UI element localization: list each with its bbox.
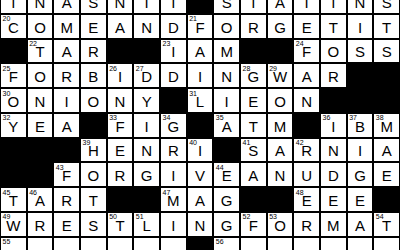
cell-letter: N xyxy=(28,94,53,109)
block-r8c10 xyxy=(267,187,294,212)
cell-r9c14[interactable]: 54T xyxy=(373,212,400,237)
cell-r3c5[interactable]: 27D xyxy=(133,63,160,88)
cell-r0c6[interactable]: T xyxy=(160,0,187,14)
cell-r9c13[interactable]: A xyxy=(347,212,374,237)
cell-r0c8[interactable]: S xyxy=(213,0,240,14)
cell-r6c5[interactable]: N xyxy=(133,138,160,163)
cell-letter: A xyxy=(54,44,79,59)
cell-r10c6[interactable] xyxy=(160,237,187,250)
cell-r9c5[interactable]: 51L xyxy=(133,212,160,237)
block-r10c7 xyxy=(187,237,214,250)
cell-r1c4[interactable]: A xyxy=(107,14,134,39)
cell-r2c2[interactable]: A xyxy=(53,39,80,64)
cell-letter: I xyxy=(161,168,186,183)
cell-letter: I xyxy=(188,69,213,84)
cell-letter: D xyxy=(134,69,159,84)
cell-letter: A xyxy=(188,44,213,59)
cell-letter: E xyxy=(294,193,319,208)
cell-letter: M xyxy=(54,20,79,35)
cell-r1c13[interactable]: I xyxy=(347,14,374,39)
cell-letter: E xyxy=(81,20,106,35)
cell-r9c12[interactable]: M xyxy=(320,212,347,237)
cell-letter: Y xyxy=(1,119,26,134)
cell-r2c13[interactable]: S xyxy=(347,39,374,64)
cell-r7c6[interactable]: I xyxy=(160,162,187,187)
cell-r8c13[interactable]: E xyxy=(347,187,374,212)
cell-r3c0[interactable]: 25F xyxy=(0,63,27,88)
cell-letter: M xyxy=(374,119,399,134)
cell-letter: D xyxy=(161,69,186,84)
cell-letter: A xyxy=(214,119,239,134)
cell-letter: N xyxy=(268,168,293,183)
block-r8c5 xyxy=(133,187,160,212)
cell-r2c1[interactable]: 22T xyxy=(27,39,54,64)
cell-r9c7[interactable]: N xyxy=(187,212,214,237)
cell-letter: I xyxy=(321,0,346,10)
cell-letter: R xyxy=(294,218,319,233)
cell-letter: N xyxy=(134,143,159,158)
block-r4c12 xyxy=(320,88,347,113)
block-r5c3 xyxy=(80,113,107,138)
cell-r7c9[interactable]: A xyxy=(240,162,267,187)
cell-letter: N xyxy=(108,0,133,10)
cell-r3c10[interactable]: 29W xyxy=(267,63,294,88)
cell-r9c0[interactable]: 49W xyxy=(0,212,27,237)
cell-r2c8[interactable]: M xyxy=(213,39,240,64)
cell-letter: T xyxy=(241,119,266,134)
cell-r3c8[interactable]: N xyxy=(213,63,240,88)
cell-letter: S xyxy=(241,143,266,158)
cell-r1c9[interactable]: R xyxy=(240,14,267,39)
cell-letter: R xyxy=(54,69,79,84)
cell-letter: I xyxy=(134,119,159,134)
block-r6c1 xyxy=(27,138,54,163)
cell-r1c14[interactable]: T xyxy=(373,14,400,39)
cell-letter: B xyxy=(81,69,106,84)
block-r8c9 xyxy=(240,187,267,212)
cell-r5c10[interactable]: M xyxy=(267,113,294,138)
cell-r10c13[interactable] xyxy=(347,237,374,250)
cell-letter: F xyxy=(188,20,213,35)
cell-letter: O xyxy=(268,94,293,109)
cell-letter: E xyxy=(108,143,133,158)
block-r7c1 xyxy=(27,162,54,187)
cell-letter: F xyxy=(54,168,79,183)
cell-r3c11[interactable]: A xyxy=(293,63,320,88)
cell-letter: G xyxy=(134,168,159,183)
cell-r7c11[interactable]: U xyxy=(293,162,320,187)
cell-r2c7[interactable]: A xyxy=(187,39,214,64)
cell-letter: N xyxy=(188,218,213,233)
cell-letter: E xyxy=(28,119,53,134)
cell-letter: R xyxy=(161,143,186,158)
cell-letter: T xyxy=(294,0,319,10)
cell-r4c5[interactable]: Y xyxy=(133,88,160,113)
cell-letter: I xyxy=(348,20,373,35)
block-r2c5 xyxy=(133,39,160,64)
cell-letter: S xyxy=(81,218,106,233)
cell-letter: A xyxy=(188,193,213,208)
cell-r10c9[interactable] xyxy=(240,237,267,250)
cell-r10c2[interactable] xyxy=(53,237,80,250)
block-r8c4 xyxy=(107,187,134,212)
cell-letter: C xyxy=(1,20,26,35)
cell-r7c3[interactable]: O xyxy=(80,162,107,187)
cell-letter: T xyxy=(28,44,53,59)
cell-r6c3[interactable]: 39H xyxy=(80,138,107,163)
cell-letter: T xyxy=(161,0,186,10)
cell-r5c4[interactable]: 33F xyxy=(107,113,134,138)
cell-r6c14[interactable]: A xyxy=(373,138,400,163)
cell-letter: O xyxy=(1,94,26,109)
cell-r8c8[interactable]: G xyxy=(213,187,240,212)
cell-letter: T xyxy=(321,20,346,35)
cell-r10c0[interactable]: 55 xyxy=(0,237,27,250)
cell-letter: R xyxy=(54,193,79,208)
clue-number: 56 xyxy=(216,238,224,245)
cell-r9c1[interactable]: R xyxy=(27,212,54,237)
cell-r8c7[interactable]: A xyxy=(187,187,214,212)
cell-letter: I xyxy=(161,218,186,233)
cell-r6c6[interactable]: R xyxy=(160,138,187,163)
cell-r6c11[interactable]: 42R xyxy=(293,138,320,163)
cell-r8c0[interactable]: 45T xyxy=(0,187,27,212)
cell-r0c10[interactable]: A xyxy=(267,0,294,14)
cell-letter: A xyxy=(348,218,373,233)
cell-letter: T xyxy=(374,218,399,233)
cell-r0c14[interactable]: S xyxy=(373,0,400,14)
cell-letter: I xyxy=(188,143,213,158)
cell-r10c14[interactable] xyxy=(373,237,400,250)
cell-letter: R xyxy=(241,20,266,35)
cell-letter: T xyxy=(108,218,133,233)
cell-letter: S xyxy=(81,0,106,10)
cell-letter: G xyxy=(348,168,373,183)
block-r5c11 xyxy=(293,113,320,138)
cell-letter: M xyxy=(268,119,293,134)
cell-letter: A xyxy=(374,143,399,158)
cell-r6c4[interactable]: E xyxy=(107,138,134,163)
cell-letter: I xyxy=(108,69,133,84)
cell-r4c1[interactable]: N xyxy=(27,88,54,113)
cell-letter: N xyxy=(321,143,346,158)
cell-r3c4[interactable]: 26I xyxy=(107,63,134,88)
cell-r7c12[interactable]: D xyxy=(320,162,347,187)
cell-letter: I xyxy=(1,0,26,10)
cell-r0c13[interactable]: N xyxy=(347,0,374,14)
cell-letter: I xyxy=(54,94,79,109)
block-r6c0 xyxy=(0,138,27,163)
cell-letter: H xyxy=(81,143,106,158)
cell-letter: A xyxy=(108,20,133,35)
cell-r1c8[interactable]: O xyxy=(213,14,240,39)
cell-r9c9[interactable]: 52F xyxy=(240,212,267,237)
block-r4c6 xyxy=(160,88,187,113)
cell-r7c8[interactable]: 44E xyxy=(213,162,240,187)
cell-r1c3[interactable]: E xyxy=(80,14,107,39)
cell-letter: O xyxy=(268,218,293,233)
cell-letter: G xyxy=(214,218,239,233)
cell-r6c7[interactable]: 40I xyxy=(187,138,214,163)
cell-r10c12[interactable] xyxy=(320,237,347,250)
cell-r0c4[interactable]: N xyxy=(107,0,134,14)
cell-letter: A xyxy=(54,0,79,10)
cell-r0c3[interactable]: S xyxy=(80,0,107,14)
cell-letter: T xyxy=(81,193,106,208)
cell-letter: L xyxy=(188,94,213,109)
cell-letter: M xyxy=(214,44,239,59)
cell-r0c1[interactable]: N xyxy=(27,0,54,14)
cell-r0c0[interactable]: I xyxy=(0,0,27,14)
cell-r10c10[interactable] xyxy=(267,237,294,250)
cell-r0c2[interactable]: A xyxy=(53,0,80,14)
cell-letter: S xyxy=(374,44,399,59)
cell-letter: D xyxy=(161,20,186,35)
cell-r4c9[interactable]: E xyxy=(240,88,267,113)
cell-r5c8[interactable]: 35A xyxy=(213,113,240,138)
block-r8c14 xyxy=(373,187,400,212)
cell-letter: W xyxy=(1,218,26,233)
cell-r4c10[interactable]: O xyxy=(267,88,294,113)
cell-letter: R xyxy=(108,168,133,183)
cell-r1c1[interactable]: O xyxy=(27,14,54,39)
cell-r7c4[interactable]: R xyxy=(107,162,134,187)
cell-r8c2[interactable]: R xyxy=(53,187,80,212)
cell-letter: O xyxy=(81,94,106,109)
cell-r7c5[interactable]: G xyxy=(133,162,160,187)
cell-letter: T xyxy=(1,193,26,208)
cell-letter: N xyxy=(348,0,373,10)
block-r2c0 xyxy=(0,39,27,64)
cell-r4c4[interactable]: N xyxy=(107,88,134,113)
block-r2c4 xyxy=(107,39,134,64)
block-r6c2 xyxy=(53,138,80,163)
cell-r8c11[interactable]: 48E xyxy=(293,187,320,212)
cell-r2c14[interactable]: S xyxy=(373,39,400,64)
cell-r9c6[interactable]: I xyxy=(160,212,187,237)
cell-r3c1[interactable]: O xyxy=(27,63,54,88)
block-r4c14 xyxy=(373,88,400,113)
cell-letter: A xyxy=(241,168,266,183)
cell-r3c3[interactable]: B xyxy=(80,63,107,88)
cell-r5c0[interactable]: 32Y xyxy=(0,113,27,138)
cell-letter: N xyxy=(294,94,319,109)
cell-letter: G xyxy=(161,119,186,134)
cell-r1c11[interactable]: E xyxy=(293,14,320,39)
cell-letter: A xyxy=(268,0,293,10)
cell-r1c6[interactable]: D xyxy=(160,14,187,39)
cell-r5c5[interactable]: I xyxy=(133,113,160,138)
cell-letter: E xyxy=(348,193,373,208)
cell-letter: B xyxy=(348,119,373,134)
cell-letter: E xyxy=(294,20,319,35)
cell-r4c8[interactable]: I xyxy=(213,88,240,113)
cell-letter: O xyxy=(28,20,53,35)
cell-r7c13[interactable]: G xyxy=(347,162,374,187)
cell-letter: S xyxy=(374,0,399,10)
cell-letter: T xyxy=(374,20,399,35)
cell-r3c7[interactable]: I xyxy=(187,63,214,88)
cell-r4c11[interactable]: N xyxy=(293,88,320,113)
cell-letter: G xyxy=(241,69,266,84)
cell-r0c5[interactable]: I xyxy=(133,0,160,14)
cell-r2c3[interactable]: R xyxy=(80,39,107,64)
cell-letter: R xyxy=(28,218,53,233)
cell-letter: D xyxy=(321,168,346,183)
cell-letter: A xyxy=(268,143,293,158)
cell-r1c7[interactable]: 21F xyxy=(187,14,214,39)
cell-r3c2[interactable]: R xyxy=(53,63,80,88)
cell-letter: A xyxy=(294,69,319,84)
cell-letter: E xyxy=(214,168,239,183)
cell-letter: I xyxy=(321,119,346,134)
cell-letter: I xyxy=(161,44,186,59)
cell-r6c10[interactable]: A xyxy=(267,138,294,163)
block-r4c13 xyxy=(347,88,374,113)
cell-r6c13[interactable]: I xyxy=(347,138,374,163)
block-r3c13 xyxy=(347,63,374,88)
cell-r5c14[interactable]: 38M xyxy=(373,113,400,138)
cell-letter: I xyxy=(348,143,373,158)
cell-letter: E xyxy=(374,168,399,183)
cell-r1c12[interactable]: T xyxy=(320,14,347,39)
cell-r6c12[interactable]: N xyxy=(320,138,347,163)
cell-letter: L xyxy=(134,218,159,233)
cell-letter: U xyxy=(294,168,319,183)
cell-letter: T xyxy=(241,0,266,10)
cell-letter: N xyxy=(134,20,159,35)
cell-letter: R xyxy=(81,44,106,59)
cell-letter: N xyxy=(214,69,239,84)
cell-letter: Y xyxy=(134,94,159,109)
block-r3c14 xyxy=(373,63,400,88)
cell-letter: G xyxy=(214,193,239,208)
cell-r5c12[interactable]: 36I xyxy=(320,113,347,138)
cell-r1c5[interactable]: N xyxy=(133,14,160,39)
cell-letter: E xyxy=(241,94,266,109)
cell-r5c1[interactable]: E xyxy=(27,113,54,138)
cell-letter: F xyxy=(108,119,133,134)
cell-r6c9[interactable]: 41S xyxy=(240,138,267,163)
cell-r1c0[interactable]: 20C xyxy=(0,14,27,39)
cell-r7c10[interactable]: N xyxy=(267,162,294,187)
cell-r2c6[interactable]: 23I xyxy=(160,39,187,64)
clue-number: 55 xyxy=(3,238,11,245)
cell-r4c7[interactable]: 31L xyxy=(187,88,214,113)
cell-r9c8[interactable]: G xyxy=(213,212,240,237)
cell-r8c6[interactable]: 47M xyxy=(160,187,187,212)
cell-r3c6[interactable]: D xyxy=(160,63,187,88)
cell-r8c3[interactable]: T xyxy=(80,187,107,212)
cell-r10c4[interactable] xyxy=(107,237,134,250)
cell-r4c3[interactable]: O xyxy=(80,88,107,113)
cell-letter: I xyxy=(214,94,239,109)
crossword-board: INASNITSTATINS20COMEAND21FORGETIT22TAR23… xyxy=(0,0,400,250)
cell-r2c11[interactable]: 24F xyxy=(293,39,320,64)
cell-letter: A xyxy=(54,119,79,134)
block-r6c8 xyxy=(213,138,240,163)
cell-letter: R xyxy=(321,69,346,84)
cell-letter: E xyxy=(54,218,79,233)
cell-letter: M xyxy=(321,218,346,233)
block-r0c7 xyxy=(187,0,214,14)
cell-letter: I xyxy=(134,0,159,10)
crossword-grid: INASNITSTATINS20COMEAND21FORGETIT22TAR23… xyxy=(0,0,400,250)
cell-letter: F xyxy=(294,44,319,59)
cell-r5c9[interactable]: T xyxy=(240,113,267,138)
cell-letter: F xyxy=(241,218,266,233)
cell-r4c2[interactable]: I xyxy=(53,88,80,113)
cell-r1c2[interactable]: M xyxy=(53,14,80,39)
cell-r8c12[interactable]: E xyxy=(320,187,347,212)
cell-letter: E xyxy=(321,193,346,208)
cell-letter: N xyxy=(108,94,133,109)
cell-r0c11[interactable]: T xyxy=(293,0,320,14)
cell-letter: A xyxy=(28,193,53,208)
cell-r9c10[interactable]: 53O xyxy=(267,212,294,237)
cell-letter: N xyxy=(28,0,53,10)
cell-letter: O xyxy=(28,69,53,84)
block-r5c7 xyxy=(187,113,214,138)
cell-r5c13[interactable]: 37B xyxy=(347,113,374,138)
cell-r9c11[interactable]: R xyxy=(293,212,320,237)
cell-r0c9[interactable]: T xyxy=(240,0,267,14)
cell-r10c11[interactable] xyxy=(293,237,320,250)
cell-r2c12[interactable]: O xyxy=(320,39,347,64)
cell-r9c3[interactable]: S xyxy=(80,212,107,237)
block-r2c10 xyxy=(267,39,294,64)
cell-r0c12[interactable]: I xyxy=(320,0,347,14)
block-r2c9 xyxy=(240,39,267,64)
block-r7c0 xyxy=(0,162,27,187)
cell-letter: O xyxy=(214,20,239,35)
cell-r10c8[interactable]: 56 xyxy=(213,237,240,250)
cell-r10c1[interactable] xyxy=(27,237,54,250)
cell-r5c2[interactable]: A xyxy=(53,113,80,138)
cell-r8c1[interactable]: 46A xyxy=(27,187,54,212)
cell-r5c6[interactable]: 34G xyxy=(160,113,187,138)
cell-r7c2[interactable]: 43F xyxy=(53,162,80,187)
cell-r10c5[interactable] xyxy=(133,237,160,250)
cell-letter: S xyxy=(348,44,373,59)
cell-r9c4[interactable]: 50T xyxy=(107,212,134,237)
cell-letter: V xyxy=(188,168,213,183)
cell-r10c3[interactable] xyxy=(80,237,107,250)
cell-letter: W xyxy=(268,69,293,84)
cell-letter: O xyxy=(81,168,106,183)
cell-letter: F xyxy=(1,69,26,84)
cell-r9c2[interactable]: E xyxy=(53,212,80,237)
cell-letter: O xyxy=(321,44,346,59)
cell-r4c0[interactable]: 30O xyxy=(0,88,27,113)
cell-r7c7[interactable]: V xyxy=(187,162,214,187)
cell-letter: S xyxy=(214,0,239,10)
cell-r3c9[interactable]: 28G xyxy=(240,63,267,88)
cell-r3c12[interactable]: R xyxy=(320,63,347,88)
cell-letter: R xyxy=(294,143,319,158)
cell-r7c14[interactable]: E xyxy=(373,162,400,187)
cell-letter: G xyxy=(268,20,293,35)
cell-letter: M xyxy=(161,193,186,208)
cell-r1c10[interactable]: G xyxy=(267,14,294,39)
